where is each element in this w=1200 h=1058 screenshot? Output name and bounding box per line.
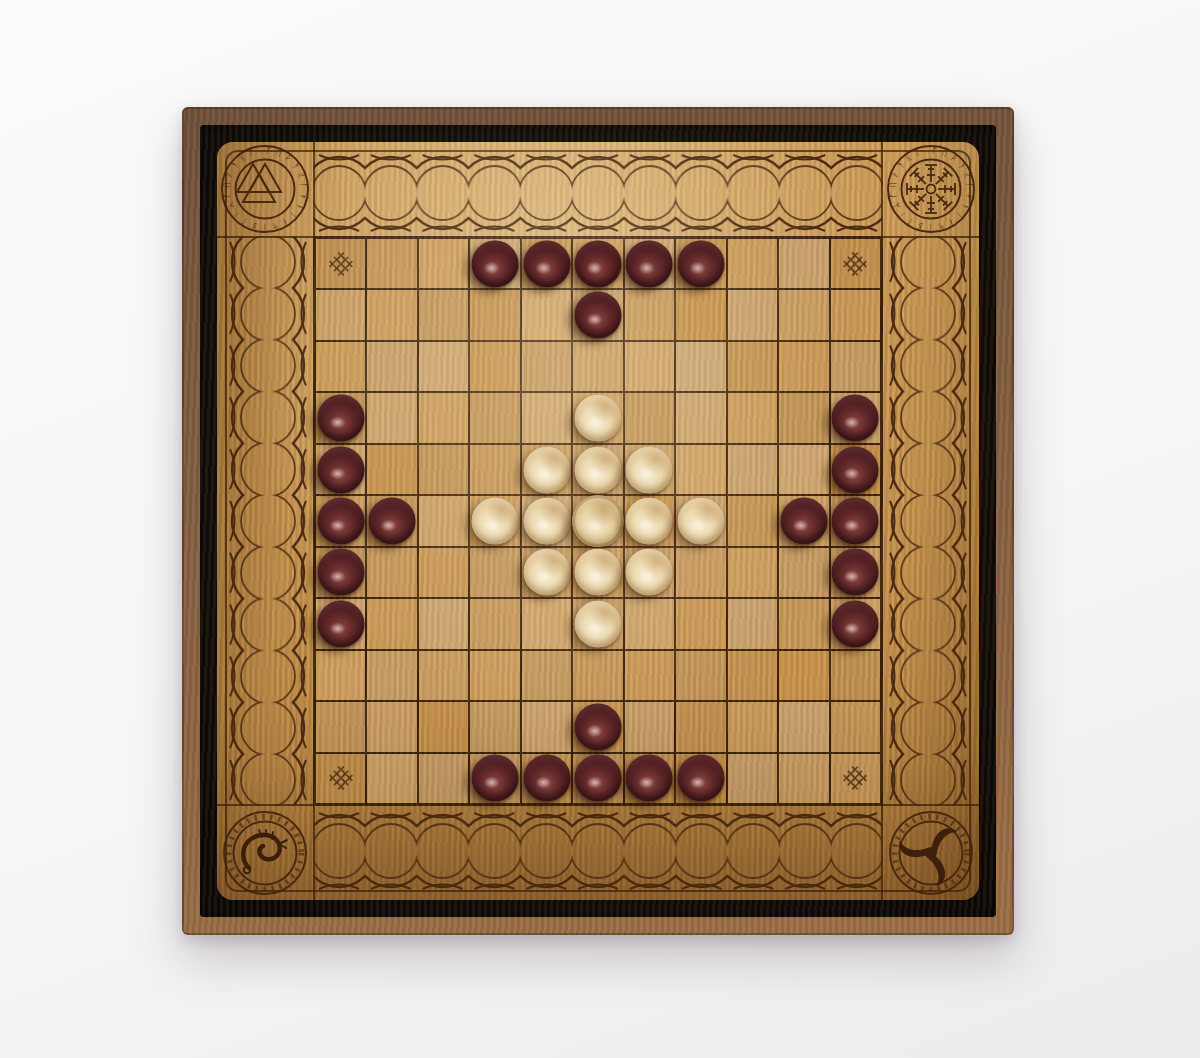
cell-k5[interactable] (831, 445, 880, 494)
defender-piece-e7[interactable] (523, 549, 570, 596)
cell-g8[interactable] (625, 599, 674, 648)
cell-k7[interactable] (831, 548, 880, 597)
cell-b5[interactable] (367, 445, 416, 494)
cell-c5[interactable] (419, 445, 468, 494)
king-piece-f6[interactable] (572, 495, 624, 547)
cell-b9[interactable] (367, 651, 416, 700)
serpent-icon (243, 830, 287, 873)
tafl-grid (313, 236, 883, 806)
cell-f8[interactable] (573, 599, 622, 648)
attacker-piece-a6[interactable] (317, 497, 364, 544)
cell-a8[interactable] (316, 599, 365, 648)
emblem-valknut-rune-circle: ᚠᚢᚦᚬᚱᚴᚼᚾᛁᛅᛋᛏᛒᛘᛚᛦᚠᚢᚦᚬᚱᚴ (217, 142, 315, 238)
cell-d3[interactable] (470, 342, 519, 391)
cell-e8[interactable] (522, 599, 571, 648)
cell-h9[interactable] (676, 651, 725, 700)
cell-j1[interactable] (779, 239, 828, 288)
cell-e9[interactable] (522, 651, 571, 700)
cell-d5[interactable] (470, 445, 519, 494)
cell-h11[interactable] (676, 754, 725, 803)
defender-piece-e5[interactable] (523, 446, 570, 493)
cell-h6[interactable] (676, 496, 725, 545)
cell-f10[interactable] (573, 702, 622, 751)
cell-k9[interactable] (831, 651, 880, 700)
knotwork-band-right (885, 236, 971, 806)
cell-j7[interactable] (779, 548, 828, 597)
cell-c10[interactable] (419, 702, 468, 751)
cell-e2[interactable] (522, 290, 571, 339)
attacker-piece-k6[interactable] (832, 497, 879, 544)
attacker-piece-k8[interactable] (832, 600, 879, 647)
cell-b4[interactable] (367, 393, 416, 442)
cell-g7[interactable] (625, 548, 674, 597)
cell-h4[interactable] (676, 393, 725, 442)
cell-j10[interactable] (779, 702, 828, 751)
emblem-triple-horn-medallion (881, 804, 979, 900)
attacker-piece-d11[interactable] (472, 755, 519, 802)
corner-marker-interlaced-diamond (326, 249, 356, 279)
cell-a4[interactable] (316, 393, 365, 442)
cell-i6[interactable] (728, 496, 777, 545)
box-tray: ᚠᚢᚦᚬᚱᚴᚼᚾᛁᛅᛋᛏᛒᛘᛚᛦᚠᚢᚦᚬᚱᚴ (200, 125, 996, 917)
attacker-piece-f2[interactable] (574, 292, 621, 339)
cell-f1[interactable] (573, 239, 622, 288)
cell-d6[interactable] (470, 496, 519, 545)
cell-c2[interactable] (419, 290, 468, 339)
cell-i7[interactable] (728, 548, 777, 597)
attacker-piece-j6[interactable] (780, 497, 827, 544)
cell-i10[interactable] (728, 702, 777, 751)
cell-g2[interactable] (625, 290, 674, 339)
cell-b10[interactable] (367, 702, 416, 751)
cell-b6[interactable] (367, 496, 416, 545)
cell-a3[interactable] (316, 342, 365, 391)
cell-c7[interactable] (419, 548, 468, 597)
attacker-piece-k7[interactable] (832, 549, 879, 596)
cell-j9[interactable] (779, 651, 828, 700)
cell-b8[interactable] (367, 599, 416, 648)
cell-h3[interactable] (676, 342, 725, 391)
defender-piece-g7[interactable] (626, 549, 673, 596)
cell-d8[interactable] (470, 599, 519, 648)
cell-f4[interactable] (573, 393, 622, 442)
knotwork-band-left (225, 236, 311, 806)
cell-k4[interactable] (831, 393, 880, 442)
attacker-piece-e1[interactable] (523, 240, 570, 287)
attacker-piece-e11[interactable] (523, 755, 570, 802)
cell-a1[interactable] (316, 239, 365, 288)
cell-e6[interactable] (522, 496, 571, 545)
cell-i4[interactable] (728, 393, 777, 442)
attacker-piece-h11[interactable] (677, 755, 724, 802)
cell-k8[interactable] (831, 599, 880, 648)
cell-c1[interactable] (419, 239, 468, 288)
cell-i1[interactable] (728, 239, 777, 288)
cell-k2[interactable] (831, 290, 880, 339)
attacker-piece-f1[interactable] (574, 240, 621, 287)
vegvisir-icon (907, 165, 955, 213)
cell-f6[interactable] (573, 496, 622, 545)
cell-a11[interactable] (316, 754, 365, 803)
cell-e5[interactable] (522, 445, 571, 494)
cell-c11[interactable] (419, 754, 468, 803)
knotwork-band-top (313, 150, 883, 236)
cell-a6[interactable] (316, 496, 365, 545)
cell-i11[interactable] (728, 754, 777, 803)
cell-i9[interactable] (728, 651, 777, 700)
defender-piece-f7[interactable] (574, 549, 621, 596)
defender-piece-e6[interactable] (523, 497, 570, 544)
cell-c6[interactable] (419, 496, 468, 545)
cell-h8[interactable] (676, 599, 725, 648)
cell-b3[interactable] (367, 342, 416, 391)
corner-marker-interlaced-diamond (326, 763, 356, 793)
cell-i8[interactable] (728, 599, 777, 648)
cell-e7[interactable] (522, 548, 571, 597)
cell-d9[interactable] (470, 651, 519, 700)
game-box-frame: ᚠᚢᚦᚬᚱᚴᚼᚾᛁᛅᛋᛏᛒᛘᛚᛦᚠᚢᚦᚬᚱᚴ (182, 107, 1014, 935)
cell-b1[interactable] (367, 239, 416, 288)
cell-e4[interactable] (522, 393, 571, 442)
attacker-piece-a7[interactable] (317, 549, 364, 596)
attacker-piece-f11[interactable] (574, 755, 621, 802)
cell-d4[interactable] (470, 393, 519, 442)
cell-i2[interactable] (728, 290, 777, 339)
attacker-piece-k4[interactable] (832, 395, 879, 442)
defender-piece-f4[interactable] (574, 395, 621, 442)
cell-d7[interactable] (470, 548, 519, 597)
cell-j11[interactable] (779, 754, 828, 803)
cell-f2[interactable] (573, 290, 622, 339)
defender-piece-f5[interactable] (574, 446, 621, 493)
attacker-piece-a4[interactable] (317, 395, 364, 442)
cell-j3[interactable] (779, 342, 828, 391)
cell-f5[interactable] (573, 445, 622, 494)
cell-k10[interactable] (831, 702, 880, 751)
cell-c8[interactable] (419, 599, 468, 648)
cell-g1[interactable] (625, 239, 674, 288)
cell-e1[interactable] (522, 239, 571, 288)
defender-piece-g5[interactable] (626, 446, 673, 493)
corner-marker-interlaced-diamond (840, 763, 870, 793)
board-surface: ᚠᚢᚦᚬᚱᚴᚼᚾᛁᛅᛋᛏᛒᛘᛚᛦᚠᚢᚦᚬᚱᚴ (217, 142, 979, 900)
cell-g9[interactable] (625, 651, 674, 700)
cell-a9[interactable] (316, 651, 365, 700)
cell-d10[interactable] (470, 702, 519, 751)
knotwork-band-bottom (313, 808, 883, 892)
cell-f9[interactable] (573, 651, 622, 700)
cell-h7[interactable] (676, 548, 725, 597)
cell-f11[interactable] (573, 754, 622, 803)
emblem-vegvisir-rune-circle: ᚠᚢᚦᚬᚱᚴᚼᚾᛁᛅᛋᛏᛒᛘᛚᛦᚠᚢᚦᚬᚱᚴ (881, 142, 979, 238)
cell-b11[interactable] (367, 754, 416, 803)
cell-h2[interactable] (676, 290, 725, 339)
cell-g11[interactable] (625, 754, 674, 803)
cell-h5[interactable] (676, 445, 725, 494)
cell-a2[interactable] (316, 290, 365, 339)
cell-b2[interactable] (367, 290, 416, 339)
cell-e10[interactable] (522, 702, 571, 751)
corner-marker-interlaced-diamond (840, 249, 870, 279)
photo-stage: ᚠᚢᚦᚬᚱᚴᚼᚾᛁᛅᛋᛏᛒᛘᛚᛦᚠᚢᚦᚬᚱᚴ (0, 0, 1200, 1058)
cell-a5[interactable] (316, 445, 365, 494)
cell-g5[interactable] (625, 445, 674, 494)
cell-k1[interactable] (831, 239, 880, 288)
rune-ring-text: ᚠᚢᚦᚬᚱᚴᚼᚾᛁᛅᛋᛏᛒᛘᛚᛦᚠᚢᚦᚬᚱᚴ (886, 144, 976, 234)
attacker-piece-h1[interactable] (677, 240, 724, 287)
cell-f3[interactable] (573, 342, 622, 391)
cell-j5[interactable] (779, 445, 828, 494)
cell-g6[interactable] (625, 496, 674, 545)
cell-a7[interactable] (316, 548, 365, 597)
cell-d1[interactable] (470, 239, 519, 288)
cell-e11[interactable] (522, 754, 571, 803)
cell-d2[interactable] (470, 290, 519, 339)
cell-h1[interactable] (676, 239, 725, 288)
attacker-piece-b6[interactable] (369, 497, 416, 544)
cell-j8[interactable] (779, 599, 828, 648)
defender-piece-f8[interactable] (574, 600, 621, 647)
attacker-piece-g1[interactable] (626, 240, 673, 287)
cell-c9[interactable] (419, 651, 468, 700)
cell-k3[interactable] (831, 342, 880, 391)
defender-piece-d6[interactable] (472, 497, 519, 544)
cell-b7[interactable] (367, 548, 416, 597)
attacker-piece-d1[interactable] (472, 240, 519, 287)
defender-piece-g6[interactable] (626, 497, 673, 544)
attacker-piece-k5[interactable] (832, 446, 879, 493)
cell-g10[interactable] (625, 702, 674, 751)
attacker-piece-g11[interactable] (626, 755, 673, 802)
cell-c4[interactable] (419, 393, 468, 442)
knot-ring (229, 817, 302, 890)
cell-k11[interactable] (831, 754, 880, 803)
cell-j4[interactable] (779, 393, 828, 442)
attacker-piece-a8[interactable] (317, 600, 364, 647)
cell-i5[interactable] (728, 445, 777, 494)
cell-d11[interactable] (470, 754, 519, 803)
cell-a10[interactable] (316, 702, 365, 751)
cell-k6[interactable] (831, 496, 880, 545)
cell-f7[interactable] (573, 548, 622, 597)
cell-i3[interactable] (728, 342, 777, 391)
rune-ring-text: ᚠᚢᚦᚬᚱᚴᚼᚾᛁᛅᛋᛏᛒᛘᛚᛦᚠᚢᚦᚬᚱᚴ (220, 144, 310, 234)
cell-e3[interactable] (522, 342, 571, 391)
emblem-serpent-medallion (217, 804, 315, 900)
cell-g4[interactable] (625, 393, 674, 442)
cell-h10[interactable] (676, 702, 725, 751)
defender-piece-h6[interactable] (677, 497, 724, 544)
cell-j2[interactable] (779, 290, 828, 339)
attacker-piece-a5[interactable] (317, 446, 364, 493)
cell-c3[interactable] (419, 342, 468, 391)
cell-j6[interactable] (779, 496, 828, 545)
attacker-piece-f10[interactable] (574, 703, 621, 750)
cell-g3[interactable] (625, 342, 674, 391)
